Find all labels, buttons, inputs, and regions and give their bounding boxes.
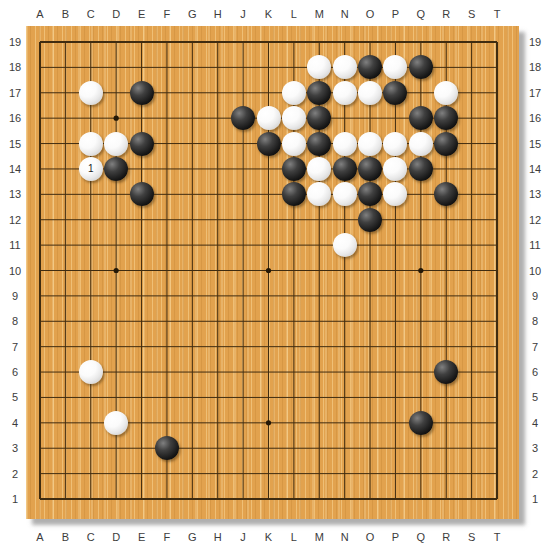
- coord-label-right-18: 18: [529, 62, 541, 73]
- coord-label-left-4: 4: [12, 417, 18, 428]
- coord-label-bottom-R: R: [442, 532, 450, 543]
- stone-black-N14: [333, 157, 357, 181]
- coord-label-left-1: 1: [12, 494, 18, 505]
- coord-label-top-S: S: [468, 9, 475, 20]
- coord-label-bottom-T: T: [494, 532, 501, 543]
- coord-label-right-10: 10: [529, 265, 541, 276]
- stone-white-P18: [383, 55, 407, 79]
- coord-label-bottom-P: P: [392, 532, 399, 543]
- coord-label-right-11: 11: [529, 240, 540, 251]
- coord-label-right-3: 3: [532, 443, 538, 454]
- coord-label-bottom-C: C: [87, 532, 95, 543]
- stone-black-O14: [358, 157, 382, 181]
- stone-black-O12: [358, 208, 382, 232]
- stone-black-R16: [434, 106, 458, 130]
- coord-label-top-N: N: [341, 9, 349, 20]
- coord-label-right-16: 16: [529, 113, 541, 124]
- coord-label-right-7: 7: [532, 341, 538, 352]
- stone-white-D4: [104, 411, 128, 435]
- coord-label-left-5: 5: [12, 392, 18, 403]
- coord-label-left-3: 3: [12, 443, 18, 454]
- stone-white-C17: [79, 81, 103, 105]
- stone-black-M17: [307, 81, 331, 105]
- coord-label-right-13: 13: [529, 189, 541, 200]
- stone-black-M15: [307, 132, 331, 156]
- coord-label-left-17: 17: [9, 87, 21, 98]
- stone-white-O17: [358, 81, 382, 105]
- coord-label-top-G: G: [188, 9, 197, 20]
- coord-label-left-7: 7: [12, 341, 18, 352]
- coord-label-top-K: K: [265, 9, 272, 20]
- stone-black-E13: [130, 182, 154, 206]
- coord-label-bottom-S: S: [468, 532, 475, 543]
- coord-label-left-15: 15: [9, 138, 21, 149]
- coord-label-right-8: 8: [532, 316, 538, 327]
- stone-black-O13: [358, 182, 382, 206]
- stone-black-P17: [383, 81, 407, 105]
- move-number-label: 1: [88, 164, 94, 174]
- stone-white-M18: [307, 55, 331, 79]
- coord-label-bottom-Q: Q: [417, 532, 426, 543]
- stone-white-D15: [104, 132, 128, 156]
- stone-white-Q15: [409, 132, 433, 156]
- stone-white-C15: [79, 132, 103, 156]
- coord-label-bottom-E: E: [138, 532, 145, 543]
- stone-black-O18: [358, 55, 382, 79]
- coord-label-top-T: T: [494, 9, 501, 20]
- stone-white-L15: [282, 132, 306, 156]
- coord-label-right-19: 19: [529, 37, 541, 48]
- stone-black-D14: [104, 157, 128, 181]
- coord-label-top-J: J: [240, 9, 246, 20]
- stone-white-L16: [282, 106, 306, 130]
- stone-black-F3: [155, 436, 179, 460]
- coord-label-bottom-O: O: [366, 532, 375, 543]
- coord-label-right-1: 1: [532, 494, 538, 505]
- coord-label-top-R: R: [442, 9, 450, 20]
- coord-label-right-5: 5: [532, 392, 538, 403]
- stone-white-P13: [383, 182, 407, 206]
- go-diagram: AABBCCDDEEFFGGHHJJKKLLMMNNOOPPQQRRSSTT19…: [0, 0, 550, 550]
- coord-label-left-14: 14: [9, 163, 21, 174]
- stone-white-N15: [333, 132, 357, 156]
- coord-label-bottom-N: N: [341, 532, 349, 543]
- stone-white-N11: [333, 233, 357, 257]
- coord-label-bottom-M: M: [315, 532, 324, 543]
- stone-black-Q14: [409, 157, 433, 181]
- coord-label-top-B: B: [62, 9, 69, 20]
- coord-label-left-8: 8: [12, 316, 18, 327]
- coord-label-left-16: 16: [9, 113, 21, 124]
- stone-white-N18: [333, 55, 357, 79]
- coord-label-bottom-D: D: [112, 532, 120, 543]
- coord-label-right-6: 6: [532, 367, 538, 378]
- coord-label-right-4: 4: [532, 417, 538, 428]
- coord-label-top-H: H: [214, 9, 222, 20]
- coord-label-bottom-L: L: [291, 532, 297, 543]
- stone-white-M13: [307, 182, 331, 206]
- stone-white-C6: [79, 360, 103, 384]
- coord-label-bottom-H: H: [214, 532, 222, 543]
- coord-label-bottom-F: F: [164, 532, 171, 543]
- stone-black-R13: [434, 182, 458, 206]
- stone-white-K16: [257, 106, 281, 130]
- coord-label-right-2: 2: [532, 468, 538, 479]
- stone-black-L14: [282, 157, 306, 181]
- coord-label-right-9: 9: [532, 290, 538, 301]
- stone-black-M16: [307, 106, 331, 130]
- stone-black-J16: [231, 106, 255, 130]
- coord-label-left-2: 2: [12, 468, 18, 479]
- stone-black-R15: [434, 132, 458, 156]
- coord-label-left-19: 19: [9, 37, 21, 48]
- stone-black-K15: [257, 132, 281, 156]
- coord-label-left-6: 6: [12, 367, 18, 378]
- coord-label-right-17: 17: [529, 87, 541, 98]
- coord-label-left-10: 10: [9, 265, 21, 276]
- stone-black-E15: [130, 132, 154, 156]
- coord-label-right-14: 14: [529, 163, 541, 174]
- coord-label-top-L: L: [291, 9, 297, 20]
- coord-label-right-12: 12: [529, 214, 541, 225]
- coord-label-right-15: 15: [529, 138, 541, 149]
- stone-white-L17: [282, 81, 306, 105]
- coord-label-top-Q: Q: [417, 9, 426, 20]
- coord-label-top-C: C: [87, 9, 95, 20]
- stone-black-L13: [282, 182, 306, 206]
- stone-black-Q18: [409, 55, 433, 79]
- coord-label-bottom-A: A: [36, 532, 43, 543]
- coord-label-top-F: F: [164, 9, 171, 20]
- coord-label-top-E: E: [138, 9, 145, 20]
- stone-black-Q4: [409, 411, 433, 435]
- coord-label-top-A: A: [36, 9, 43, 20]
- stone-white-P15: [383, 132, 407, 156]
- stone-black-E17: [130, 81, 154, 105]
- coord-label-left-13: 13: [9, 189, 21, 200]
- stone-white-C14: 1: [79, 157, 103, 181]
- coord-label-left-18: 18: [9, 62, 21, 73]
- stone-white-O15: [358, 132, 382, 156]
- stone-black-R6: [434, 360, 458, 384]
- coord-label-left-11: 11: [9, 240, 20, 251]
- coord-label-bottom-K: K: [265, 532, 272, 543]
- stone-black-Q16: [409, 106, 433, 130]
- coord-label-top-O: O: [366, 9, 375, 20]
- stone-white-R17: [434, 81, 458, 105]
- stone-white-N13: [333, 182, 357, 206]
- coord-label-bottom-G: G: [188, 532, 197, 543]
- coord-label-top-P: P: [392, 9, 399, 20]
- coord-label-bottom-B: B: [62, 532, 69, 543]
- coord-label-left-9: 9: [12, 290, 18, 301]
- coord-label-top-D: D: [112, 9, 120, 20]
- stone-white-M14: [307, 157, 331, 181]
- coord-label-bottom-J: J: [240, 532, 246, 543]
- stone-white-N17: [333, 81, 357, 105]
- stone-white-P14: [383, 157, 407, 181]
- coord-label-left-12: 12: [9, 214, 21, 225]
- coord-label-top-M: M: [315, 9, 324, 20]
